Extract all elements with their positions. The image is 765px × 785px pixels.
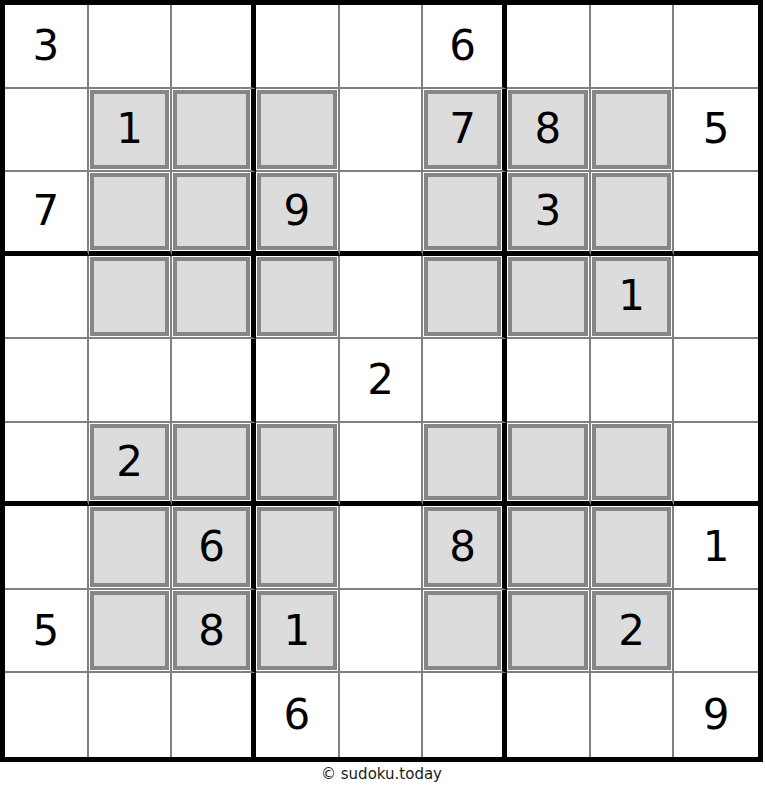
given-digit: 3 (32, 25, 59, 67)
cell-r9c8[interactable] (591, 673, 675, 757)
cell-r8c5[interactable] (340, 590, 424, 674)
given-digit: 7 (32, 190, 59, 232)
cell-r6c6[interactable] (423, 423, 507, 507)
cell-r9c9[interactable]: 9 (674, 673, 758, 757)
given-digit: 6 (198, 526, 225, 568)
cell-r7c3[interactable]: 6 (172, 506, 256, 590)
cell-r2c9[interactable]: 5 (674, 89, 758, 173)
given-digit: 3 (534, 190, 561, 232)
cell-r1c9[interactable] (674, 5, 758, 89)
cell-r4c2[interactable] (89, 256, 173, 340)
cell-r6c4[interactable] (256, 423, 340, 507)
given-digit: 8 (449, 526, 476, 568)
given-digit: 1 (116, 108, 143, 150)
cell-r5c8[interactable] (591, 339, 675, 423)
cell-r7c2[interactable] (89, 506, 173, 590)
given-digit: 9 (703, 694, 730, 736)
cell-r3c7[interactable]: 3 (507, 172, 591, 256)
cell-r1c3[interactable] (172, 5, 256, 89)
cell-r4c1[interactable] (5, 256, 89, 340)
cell-r7c9[interactable]: 1 (674, 506, 758, 590)
cell-r2c2[interactable]: 1 (89, 89, 173, 173)
cell-r9c2[interactable] (89, 673, 173, 757)
cell-r4c8[interactable]: 1 (591, 256, 675, 340)
cell-r9c3[interactable] (172, 673, 256, 757)
cell-r1c6[interactable]: 6 (423, 5, 507, 89)
cell-r4c5[interactable] (340, 256, 424, 340)
cell-r7c1[interactable] (5, 506, 89, 590)
cell-r8c8[interactable]: 2 (591, 590, 675, 674)
given-digit: 8 (198, 610, 225, 652)
cell-r9c7[interactable] (507, 673, 591, 757)
cell-r3c6[interactable] (423, 172, 507, 256)
cell-r2c6[interactable]: 7 (423, 89, 507, 173)
given-digit: 6 (283, 694, 310, 736)
cell-r3c1[interactable]: 7 (5, 172, 89, 256)
cell-r8c1[interactable]: 5 (5, 590, 89, 674)
cell-r6c2[interactable]: 2 (89, 423, 173, 507)
cell-r5c9[interactable] (674, 339, 758, 423)
cell-r2c3[interactable] (172, 89, 256, 173)
cell-r3c9[interactable] (674, 172, 758, 256)
given-digit: 1 (703, 526, 730, 568)
cell-r9c4[interactable]: 6 (256, 673, 340, 757)
cell-r1c2[interactable] (89, 5, 173, 89)
cell-r3c5[interactable] (340, 172, 424, 256)
cell-r5c5[interactable]: 2 (340, 339, 424, 423)
cell-r7c6[interactable]: 8 (423, 506, 507, 590)
cell-r6c1[interactable] (5, 423, 89, 507)
cell-r3c2[interactable] (89, 172, 173, 256)
cell-r7c5[interactable] (340, 506, 424, 590)
cell-r5c3[interactable] (172, 339, 256, 423)
sudoku-page: 361785793122681581269 © sudoku.today (0, 0, 765, 785)
given-digit: 5 (703, 108, 730, 150)
cell-r7c7[interactable] (507, 506, 591, 590)
cell-r2c4[interactable] (256, 89, 340, 173)
cell-r9c5[interactable] (340, 673, 424, 757)
cell-r3c8[interactable] (591, 172, 675, 256)
given-digit: 2 (618, 610, 645, 652)
given-digit: 2 (367, 359, 394, 401)
cell-r8c7[interactable] (507, 590, 591, 674)
cell-r1c1[interactable]: 3 (5, 5, 89, 89)
given-digit: 8 (534, 108, 561, 150)
cell-r8c2[interactable] (89, 590, 173, 674)
footer: © sudoku.today (0, 762, 763, 785)
given-digit: 7 (449, 108, 476, 150)
cell-r2c1[interactable] (5, 89, 89, 173)
given-digit: 1 (283, 610, 310, 652)
cell-r2c7[interactable]: 8 (507, 89, 591, 173)
cell-r6c3[interactable] (172, 423, 256, 507)
copyright-text: © sudoku.today (321, 765, 442, 783)
cell-r5c7[interactable] (507, 339, 591, 423)
cell-r3c4[interactable]: 9 (256, 172, 340, 256)
given-digit: 1 (618, 275, 645, 317)
given-digit: 2 (116, 441, 143, 483)
sudoku-board: 361785793122681581269 (0, 0, 763, 762)
cell-r7c4[interactable] (256, 506, 340, 590)
cell-r6c9[interactable] (674, 423, 758, 507)
cell-r2c5[interactable] (340, 89, 424, 173)
cell-r2c8[interactable] (591, 89, 675, 173)
cell-r8c9[interactable] (674, 590, 758, 674)
cell-r3c3[interactable] (172, 172, 256, 256)
cell-r4c9[interactable] (674, 256, 758, 340)
cell-r1c4[interactable] (256, 5, 340, 89)
cell-r5c1[interactable] (5, 339, 89, 423)
cell-r6c8[interactable] (591, 423, 675, 507)
cell-r5c6[interactable] (423, 339, 507, 423)
cell-r5c4[interactable] (256, 339, 340, 423)
cell-r4c3[interactable] (172, 256, 256, 340)
cell-r8c4[interactable]: 1 (256, 590, 340, 674)
cell-r4c6[interactable] (423, 256, 507, 340)
cell-r9c6[interactable] (423, 673, 507, 757)
cell-r8c6[interactable] (423, 590, 507, 674)
cell-r8c3[interactable]: 8 (172, 590, 256, 674)
cell-r4c4[interactable] (256, 256, 340, 340)
cell-r7c8[interactable] (591, 506, 675, 590)
cell-r1c7[interactable] (507, 5, 591, 89)
cell-r5c2[interactable] (89, 339, 173, 423)
given-digit: 9 (283, 190, 310, 232)
given-digit: 5 (32, 610, 59, 652)
cell-r4c7[interactable] (507, 256, 591, 340)
cell-r1c5[interactable] (340, 5, 424, 89)
cell-r6c7[interactable] (507, 423, 591, 507)
cell-r6c5[interactable] (340, 423, 424, 507)
given-digit: 6 (449, 25, 476, 67)
cell-r1c8[interactable] (591, 5, 675, 89)
cell-r9c1[interactable] (5, 673, 89, 757)
